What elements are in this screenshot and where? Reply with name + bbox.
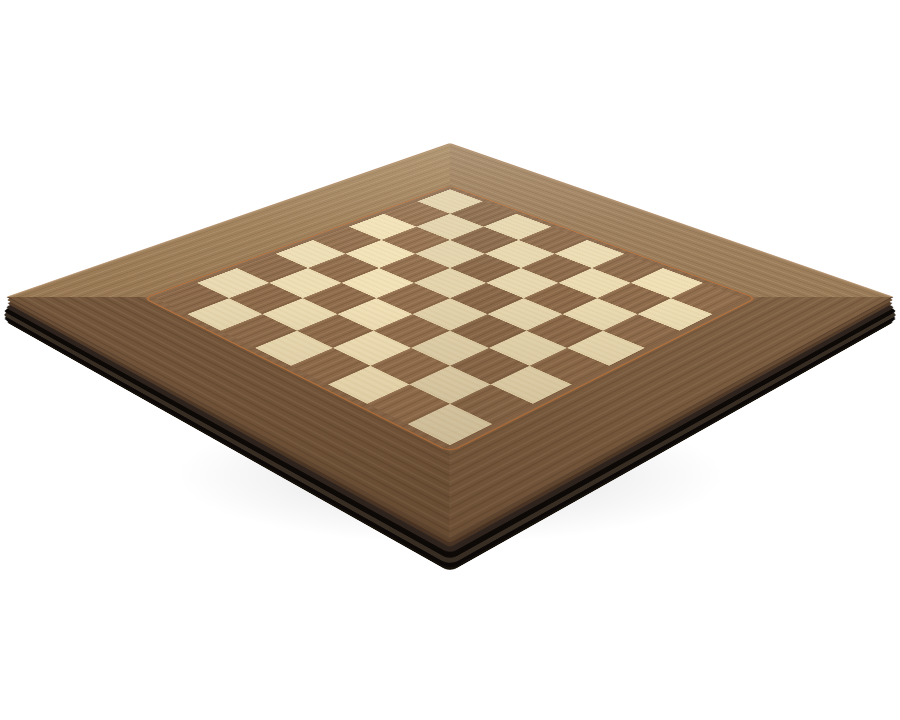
product-photo-stage xyxy=(0,0,900,720)
